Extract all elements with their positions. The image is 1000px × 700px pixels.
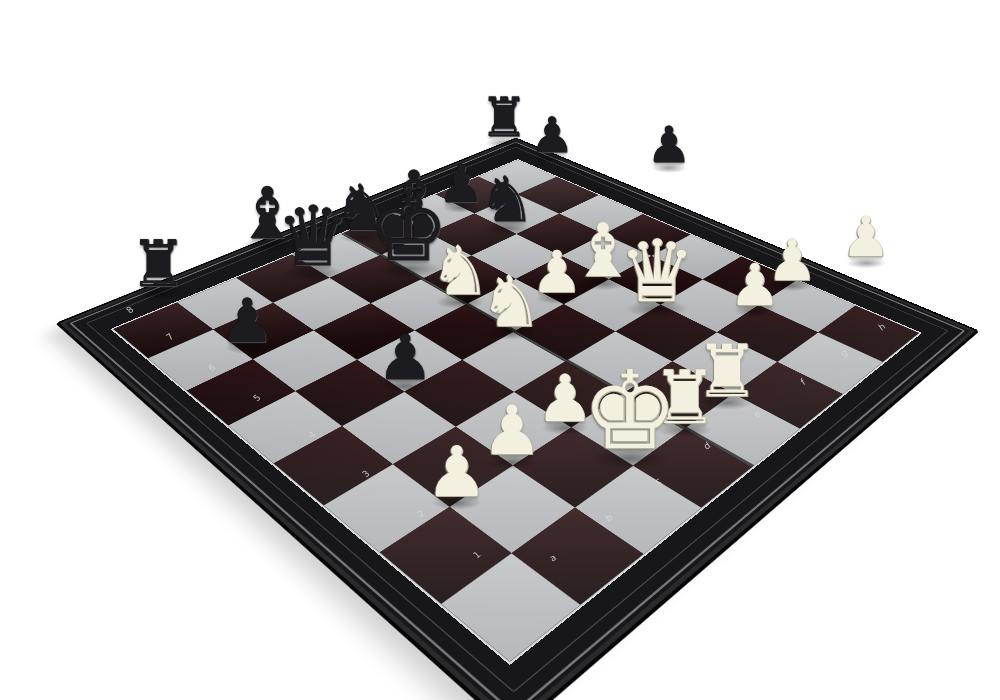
piece-black-pawn-b5[interactable]: ♟ (377, 326, 433, 389)
chess-set-photo: abcdefgh12345678♜♝♞♝♟♞♛♚♟♟♞♞♟♝♛♟♟♟♟♟♚♜♜♜… (0, 0, 1000, 700)
captured-white-pawn[interactable]: ♟ (841, 210, 890, 265)
piece-black-pawn-a6[interactable]: ♟ (220, 290, 275, 351)
piece-black-queen-c7[interactable]: ♛ (276, 195, 350, 278)
captured-black-pawn[interactable]: ♟ (530, 111, 574, 160)
piece-black-rook-a8[interactable]: ♜ (129, 232, 186, 296)
piece-white-pawn-b2[interactable]: ♟ (482, 397, 543, 465)
piece-white-king-c1[interactable]: ♚ (582, 357, 679, 465)
piece-black-knight-h8[interactable]: ♞ (479, 168, 535, 231)
piece-white-knight-d4[interactable]: ♞ (479, 266, 543, 337)
piece-white-pawn-g2[interactable]: ♟ (729, 256, 781, 314)
piece-white-pawn-a2[interactable]: ♟ (426, 437, 489, 507)
captured-black-pawn[interactable]: ♟ (647, 120, 692, 170)
captured-black-rook[interactable]: ♜ (480, 91, 528, 145)
piece-white-queen-e3[interactable]: ♛ (618, 228, 695, 314)
